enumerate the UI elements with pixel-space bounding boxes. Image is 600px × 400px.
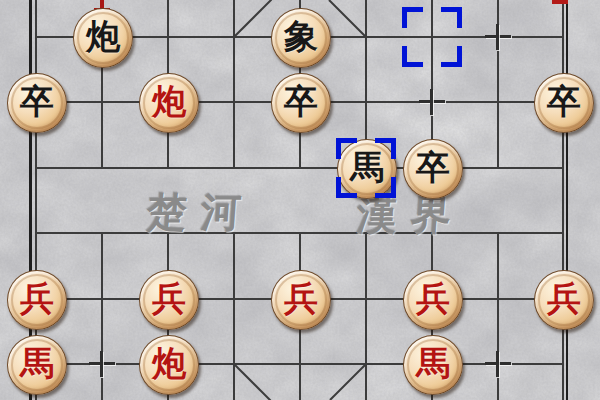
grid-vline: [365, 232, 367, 400]
point-marker-bar: [496, 351, 499, 377]
point-marker-cross: [485, 351, 511, 377]
piece-glyph: 象: [284, 20, 318, 54]
grid-vline: [233, 0, 235, 169]
xiangqi-board[interactable]: 楚河 漢界 炮象卒炮卒卒馬卒兵兵兵兵兵馬炮馬: [0, 0, 600, 400]
point-marker-bar: [496, 24, 499, 50]
point-marker-cross: [419, 89, 445, 115]
piece-glyph: 馬: [20, 347, 54, 381]
piece-glyph: 卒: [20, 85, 54, 119]
piece-red-cannon[interactable]: 炮: [139, 335, 199, 395]
point-marker-bar: [100, 351, 103, 377]
board-border-right-inner: [562, 0, 564, 400]
piece-red-soldier[interactable]: 兵: [534, 270, 594, 330]
piece-black-soldier[interactable]: 卒: [534, 73, 594, 133]
piece-black-horse[interactable]: 馬: [337, 139, 397, 199]
piece-black-soldier[interactable]: 卒: [271, 73, 331, 133]
river-label-chu-he: 楚河: [145, 185, 257, 240]
piece-red-soldier[interactable]: 兵: [139, 270, 199, 330]
piece-black-soldier[interactable]: 卒: [7, 73, 67, 133]
piece-glyph: 馬: [350, 151, 384, 185]
piece-red-soldier[interactable]: 兵: [271, 270, 331, 330]
piece-red-cannon[interactable]: 炮: [139, 73, 199, 133]
piece-red-soldier[interactable]: 兵: [403, 270, 463, 330]
piece-glyph: 兵: [152, 282, 186, 316]
piece-glyph: 兵: [416, 282, 450, 316]
piece-red-horse[interactable]: 馬: [7, 335, 67, 395]
piece-glyph: 卒: [416, 151, 450, 185]
piece-glyph: 炮: [86, 20, 120, 54]
piece-glyph: 兵: [20, 282, 54, 316]
point-marker-cross: [89, 351, 115, 377]
piece-red-horse[interactable]: 馬: [403, 335, 463, 395]
piece-black-soldier[interactable]: 卒: [403, 139, 463, 199]
cropped-red-piece-fragment: [552, 0, 568, 4]
grid-vline: [233, 232, 235, 400]
point-marker-bar: [430, 89, 433, 115]
board-border-right-outer: [566, 0, 568, 400]
piece-glyph: 兵: [284, 282, 318, 316]
piece-glyph: 卒: [284, 85, 318, 119]
piece-black-cannon[interactable]: 炮: [73, 8, 133, 68]
piece-glyph: 炮: [152, 85, 186, 119]
piece-glyph: 卒: [547, 85, 581, 119]
piece-glyph: 兵: [547, 282, 581, 316]
piece-red-soldier[interactable]: 兵: [7, 270, 67, 330]
point-marker-cross: [485, 24, 511, 50]
piece-glyph: 炮: [152, 347, 186, 381]
piece-black-elephant[interactable]: 象: [271, 8, 331, 68]
piece-glyph: 馬: [416, 347, 450, 381]
